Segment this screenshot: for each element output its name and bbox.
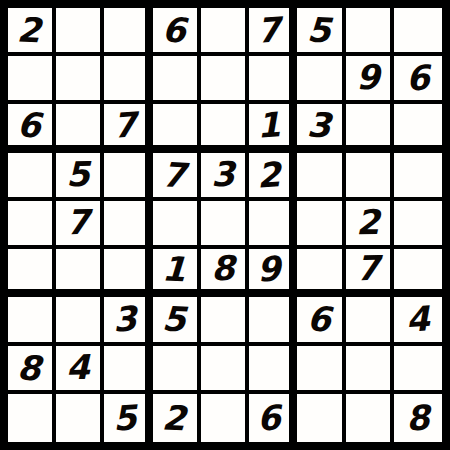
sudoku-cell-r5c2[interactable]: 7 (56, 201, 104, 249)
sudoku-cell-r4c1[interactable] (8, 153, 56, 201)
sudoku-cell-r7c2[interactable] (56, 297, 104, 345)
given-digit: 5 (161, 302, 186, 337)
given-digit: 5 (306, 12, 331, 47)
given-digit: 7 (112, 107, 138, 143)
sudoku-cell-r8c5[interactable] (201, 346, 249, 394)
sudoku-cell-r2c4[interactable] (153, 56, 201, 104)
given-digit: 5 (112, 400, 138, 436)
given-digit: 8 (211, 251, 235, 285)
sudoku-cell-r6c6[interactable]: 9 (249, 249, 297, 297)
sudoku-cell-r6c7[interactable] (297, 249, 345, 297)
sudoku-cell-r9c8[interactable] (346, 394, 394, 442)
sudoku-cell-r4c3[interactable] (104, 153, 152, 201)
given-digit: 2 (356, 205, 380, 239)
sudoku-cell-r8c7[interactable] (297, 346, 345, 394)
sudoku-cell-r3c1[interactable]: 6 (8, 104, 56, 152)
sudoku-cell-r8c2[interactable]: 4 (56, 346, 104, 394)
sudoku-cell-r6c1[interactable] (8, 249, 56, 297)
sudoku-cell-r9c6[interactable]: 6 (249, 394, 297, 442)
sudoku-cell-r4c5[interactable]: 3 (201, 153, 249, 201)
sudoku-cell-r7c9[interactable]: 4 (394, 297, 442, 345)
sudoku-cell-r2c8[interactable]: 9 (346, 56, 394, 104)
given-digit: 6 (405, 61, 431, 97)
given-digit: 5 (66, 157, 90, 191)
sudoku-cell-r6c5[interactable]: 8 (201, 249, 249, 297)
sudoku-cell-r5c8[interactable]: 2 (346, 201, 394, 249)
given-digit: 6 (256, 400, 282, 436)
given-digit: 1 (256, 107, 282, 143)
sudoku-cell-r5c1[interactable] (8, 201, 56, 249)
sudoku-cell-r4c4[interactable]: 7 (153, 153, 201, 201)
given-digit: 7 (66, 205, 90, 239)
sudoku-cell-r1c7[interactable]: 5 (297, 8, 345, 56)
sudoku-cell-r1c5[interactable] (201, 8, 249, 56)
sudoku-cell-r9c4[interactable]: 2 (153, 394, 201, 442)
sudoku-cell-r2c9[interactable]: 6 (394, 56, 442, 104)
sudoku-cell-r8c6[interactable] (249, 346, 297, 394)
sudoku-cell-r4c2[interactable]: 5 (56, 153, 104, 201)
sudoku-cell-r1c9[interactable] (394, 8, 442, 56)
sudoku-cell-r3c6[interactable]: 1 (249, 104, 297, 152)
sudoku-cell-r5c5[interactable] (201, 201, 249, 249)
sudoku-cell-r1c3[interactable] (104, 8, 152, 56)
given-digit: 9 (356, 60, 380, 94)
given-digit: 7 (256, 12, 282, 48)
sudoku-cell-r1c6[interactable]: 7 (249, 8, 297, 56)
sudoku-cell-r4c6[interactable]: 2 (249, 153, 297, 201)
sudoku-cell-r7c7[interactable]: 6 (297, 297, 345, 345)
sudoku-cell-r8c1[interactable]: 8 (8, 346, 56, 394)
sudoku-cell-r9c5[interactable] (201, 394, 249, 442)
sudoku-cell-r9c9[interactable]: 8 (394, 394, 442, 442)
sudoku-cell-r7c4[interactable]: 5 (153, 297, 201, 345)
sudoku-cell-r7c1[interactable] (8, 297, 56, 345)
sudoku-cell-r6c3[interactable] (104, 249, 152, 297)
sudoku-cell-r6c2[interactable] (56, 249, 104, 297)
given-digit: 6 (16, 107, 41, 142)
sudoku-cell-r3c7[interactable]: 3 (297, 104, 345, 152)
sudoku-cell-r6c8[interactable]: 7 (346, 249, 394, 297)
sudoku-cell-r8c4[interactable] (153, 346, 201, 394)
given-digit: 2 (16, 12, 41, 47)
sudoku-cell-r3c9[interactable] (394, 104, 442, 152)
given-digit: 1 (161, 252, 186, 287)
sudoku-cell-r7c3[interactable]: 3 (104, 297, 152, 345)
given-digit: 3 (112, 302, 138, 338)
sudoku-cell-r7c6[interactable] (249, 297, 297, 345)
given-digit: 3 (211, 157, 235, 191)
sudoku-cell-r8c9[interactable] (394, 346, 442, 394)
sudoku-cell-r1c8[interactable] (346, 8, 394, 56)
sudoku-cell-r5c4[interactable] (153, 201, 201, 249)
given-digit: 4 (66, 349, 90, 383)
sudoku-cell-r5c3[interactable] (104, 201, 152, 249)
sudoku-cell-r6c9[interactable] (394, 249, 442, 297)
given-digit: 8 (16, 350, 41, 385)
given-digit: 8 (405, 400, 431, 436)
sudoku-cell-r9c7[interactable] (297, 394, 345, 442)
sudoku-cell-r2c5[interactable] (201, 56, 249, 104)
sudoku-cell-r9c1[interactable] (8, 394, 56, 442)
sudoku-cell-r4c8[interactable] (346, 153, 394, 201)
sudoku-cell-r2c1[interactable] (8, 56, 56, 104)
given-digit: 4 (405, 302, 431, 338)
given-digit: 9 (256, 251, 282, 287)
sudoku-cell-r3c5[interactable] (201, 104, 249, 152)
sudoku-cell-r4c9[interactable] (394, 153, 442, 201)
sudoku-cell-r1c4[interactable]: 6 (153, 8, 201, 56)
sudoku-cell-r2c3[interactable] (104, 56, 152, 104)
sudoku-cell-r2c2[interactable] (56, 56, 104, 104)
given-digit: 7 (161, 157, 186, 192)
given-digit: 2 (256, 157, 282, 193)
sudoku-cell-r2c6[interactable] (249, 56, 297, 104)
sudoku-cell-r5c7[interactable] (297, 201, 345, 249)
sudoku-cell-r4c7[interactable] (297, 153, 345, 201)
sudoku-board: 267596671357327218973564845268 (0, 0, 450, 450)
sudoku-cell-r3c8[interactable] (346, 104, 394, 152)
sudoku-cell-r8c3[interactable] (104, 346, 152, 394)
sudoku-cell-r1c1[interactable]: 2 (8, 8, 56, 56)
sudoku-cell-r7c8[interactable] (346, 297, 394, 345)
sudoku-cell-r5c6[interactable] (249, 201, 297, 249)
given-digit: 3 (306, 107, 331, 142)
sudoku-puzzle: 267596671357327218973564845268 (0, 0, 450, 450)
sudoku-cell-r3c4[interactable] (153, 104, 201, 152)
sudoku-cell-r6c4[interactable]: 1 (153, 249, 201, 297)
sudoku-cell-r5c9[interactable] (394, 201, 442, 249)
sudoku-cell-r9c2[interactable] (56, 394, 104, 442)
sudoku-cell-r7c5[interactable] (201, 297, 249, 345)
given-digit: 6 (306, 302, 331, 337)
sudoku-cell-r3c3[interactable]: 7 (104, 104, 152, 152)
sudoku-cell-r1c2[interactable] (56, 8, 104, 56)
sudoku-cell-r2c7[interactable] (297, 56, 345, 104)
given-digit: 6 (161, 12, 186, 47)
sudoku-cell-r8c8[interactable] (346, 346, 394, 394)
given-digit: 7 (356, 251, 380, 285)
given-digit: 2 (161, 400, 186, 435)
sudoku-cell-r9c3[interactable]: 5 (104, 394, 152, 442)
sudoku-cell-r3c2[interactable] (56, 104, 104, 152)
